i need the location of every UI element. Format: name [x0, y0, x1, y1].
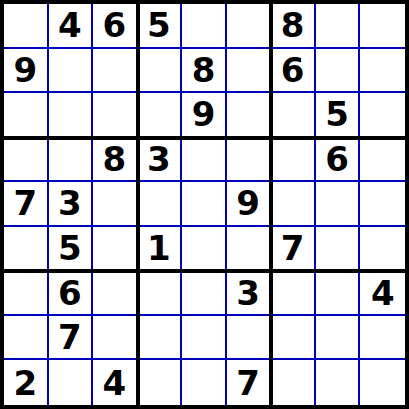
cell-r7c2[interactable]: 6: [49, 271, 94, 316]
cell-r4c6[interactable]: [227, 138, 272, 183]
cell-r3c7[interactable]: [271, 93, 316, 138]
cell-r4c5[interactable]: [182, 138, 227, 183]
cell-r1c4[interactable]: 5: [138, 4, 183, 49]
cell-r8c9[interactable]: [360, 316, 405, 361]
cell-r6c4[interactable]: 1: [138, 227, 183, 272]
cell-r1c7[interactable]: 8: [271, 4, 316, 49]
cell-r5c5[interactable]: [182, 182, 227, 227]
cell-r3c3[interactable]: [93, 93, 138, 138]
cell-r7c3[interactable]: [93, 271, 138, 316]
cell-r5c9[interactable]: [360, 182, 405, 227]
cell-r3c6[interactable]: [227, 93, 272, 138]
cell-r4c9[interactable]: [360, 138, 405, 183]
cell-r5c2[interactable]: 3: [49, 182, 94, 227]
cell-r8c6[interactable]: [227, 316, 272, 361]
cell-r1c9[interactable]: [360, 4, 405, 49]
cell-r2c5[interactable]: 8: [182, 49, 227, 94]
cell-r1c2[interactable]: 4: [49, 4, 94, 49]
cell-r7c7[interactable]: [271, 271, 316, 316]
cell-r7c8[interactable]: [316, 271, 361, 316]
cell-r2c6[interactable]: [227, 49, 272, 94]
cell-r2c8[interactable]: [316, 49, 361, 94]
cell-r1c5[interactable]: [182, 4, 227, 49]
cell-r9c1[interactable]: 2: [4, 360, 49, 405]
cell-r2c4[interactable]: [138, 49, 183, 94]
cell-r6c2[interactable]: 5: [49, 227, 94, 272]
cell-r4c1[interactable]: [4, 138, 49, 183]
cell-r2c2[interactable]: [49, 49, 94, 94]
cell-r8c5[interactable]: [182, 316, 227, 361]
cell-r5c4[interactable]: [138, 182, 183, 227]
cell-r7c1[interactable]: [4, 271, 49, 316]
sudoku-puzzle: 4658986958367395176347247: [0, 0, 409, 409]
cell-r9c4[interactable]: [138, 360, 183, 405]
cell-r3c8[interactable]: 5: [316, 93, 361, 138]
cell-r8c8[interactable]: [316, 316, 361, 361]
sudoku-board: 4658986958367395176347247: [0, 0, 409, 409]
cell-r5c6[interactable]: 9: [227, 182, 272, 227]
cell-r1c6[interactable]: [227, 4, 272, 49]
cell-r4c8[interactable]: 6: [316, 138, 361, 183]
cell-r7c9[interactable]: 4: [360, 271, 405, 316]
cell-r5c8[interactable]: [316, 182, 361, 227]
cell-r3c1[interactable]: [4, 93, 49, 138]
cell-r7c5[interactable]: [182, 271, 227, 316]
cell-r4c3[interactable]: 8: [93, 138, 138, 183]
cell-r2c9[interactable]: [360, 49, 405, 94]
cell-r9c9[interactable]: [360, 360, 405, 405]
cell-r2c7[interactable]: 6: [271, 49, 316, 94]
cell-r8c1[interactable]: [4, 316, 49, 361]
cell-r8c2[interactable]: 7: [49, 316, 94, 361]
cell-r6c6[interactable]: [227, 227, 272, 272]
cell-r3c5[interactable]: 9: [182, 93, 227, 138]
cell-r4c4[interactable]: 3: [138, 138, 183, 183]
cell-r1c3[interactable]: 6: [93, 4, 138, 49]
cell-r8c3[interactable]: [93, 316, 138, 361]
cell-r5c3[interactable]: [93, 182, 138, 227]
cell-r3c9[interactable]: [360, 93, 405, 138]
cell-r9c5[interactable]: [182, 360, 227, 405]
cell-r6c9[interactable]: [360, 227, 405, 272]
cell-r4c2[interactable]: [49, 138, 94, 183]
cell-r1c8[interactable]: [316, 4, 361, 49]
cell-r9c2[interactable]: [49, 360, 94, 405]
cell-r5c7[interactable]: [271, 182, 316, 227]
cell-r6c8[interactable]: [316, 227, 361, 272]
cell-r7c4[interactable]: [138, 271, 183, 316]
cell-r6c7[interactable]: 7: [271, 227, 316, 272]
cell-r6c1[interactable]: [4, 227, 49, 272]
cell-r2c3[interactable]: [93, 49, 138, 94]
cell-r3c4[interactable]: [138, 93, 183, 138]
cell-r9c8[interactable]: [316, 360, 361, 405]
cell-r6c5[interactable]: [182, 227, 227, 272]
cell-r8c4[interactable]: [138, 316, 183, 361]
cell-r4c7[interactable]: [271, 138, 316, 183]
cell-r5c1[interactable]: 7: [4, 182, 49, 227]
cell-r9c7[interactable]: [271, 360, 316, 405]
cell-r9c6[interactable]: 7: [227, 360, 272, 405]
cell-r9c3[interactable]: 4: [93, 360, 138, 405]
cell-r6c3[interactable]: [93, 227, 138, 272]
cell-r7c6[interactable]: 3: [227, 271, 272, 316]
cell-r8c7[interactable]: [271, 316, 316, 361]
cell-r1c1[interactable]: [4, 4, 49, 49]
cell-r2c1[interactable]: 9: [4, 49, 49, 94]
cell-r3c2[interactable]: [49, 93, 94, 138]
